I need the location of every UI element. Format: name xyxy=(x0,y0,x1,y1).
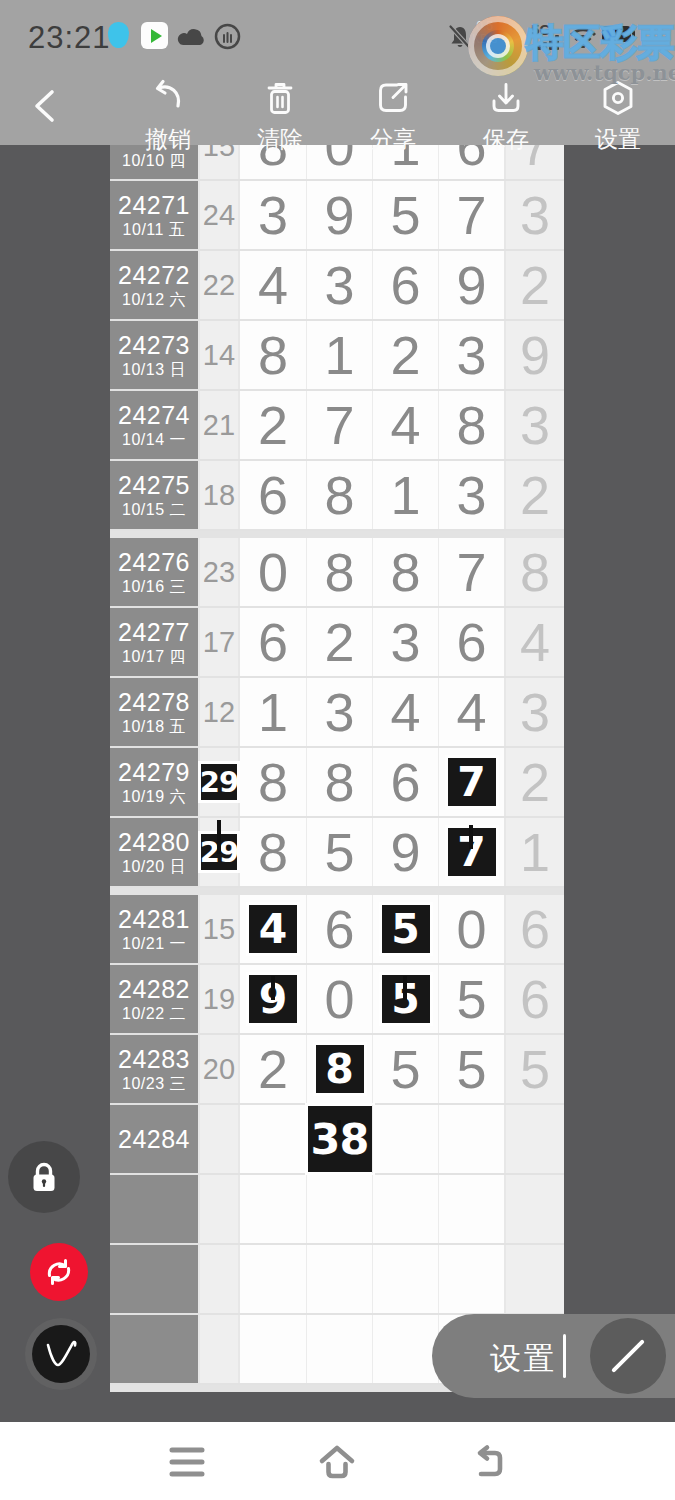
home-button[interactable] xyxy=(307,1440,367,1484)
issue-cell: 2428110/21 一 xyxy=(110,895,198,963)
issue-cell: 2427510/15 二 xyxy=(110,461,198,529)
test-number-cell: 2 xyxy=(506,251,564,319)
digit-cell xyxy=(240,1175,306,1243)
test-number-cell: 9 xyxy=(506,321,564,389)
settings-icon xyxy=(598,78,638,118)
issue-cell: 24284 xyxy=(110,1105,198,1173)
test-number-cell: 8 xyxy=(506,538,564,606)
digit-cell xyxy=(306,1175,372,1243)
digit-cell: 4 xyxy=(438,678,504,746)
digit-cell: 3 xyxy=(438,461,504,529)
annotation-link xyxy=(271,976,275,1000)
digit-cell: 38 xyxy=(306,1105,372,1173)
annotation-box: 4 xyxy=(249,905,297,953)
chart-row: 2427310/13 日1481239 xyxy=(110,321,564,391)
digit-cell: 3 xyxy=(306,251,372,319)
undo-button[interactable]: 撤销 xyxy=(126,78,210,155)
pen-settings-label: 设置 xyxy=(490,1338,556,1380)
cloud-icon xyxy=(177,24,207,48)
sum-cell: 21 xyxy=(200,391,238,459)
chart-row: 2427110/11 五2439573 xyxy=(110,181,564,251)
sum-cell xyxy=(200,1245,238,1313)
chart-row: 2427410/14 一2127483 xyxy=(110,391,564,461)
menu-icon xyxy=(164,1444,210,1480)
sum-cell: 15 xyxy=(200,895,238,963)
digit-cell: 7 xyxy=(438,748,504,816)
digit-cell xyxy=(306,1315,372,1383)
digit-cell: 6 xyxy=(372,748,438,816)
chart-row: 2427810/18 五1213443 xyxy=(110,678,564,748)
test-number-cell xyxy=(506,1245,564,1313)
digit-cell xyxy=(438,1175,504,1243)
sum-cell xyxy=(200,1315,238,1383)
digit-cell: 8 xyxy=(372,538,438,606)
sum-cell: 29 xyxy=(200,748,238,816)
digit-cell: 4 xyxy=(372,678,438,746)
signature-pen-button[interactable] xyxy=(25,1318,97,1390)
sum-cell: 23 xyxy=(200,538,238,606)
annotation-box: 5 xyxy=(382,905,430,953)
undo-icon xyxy=(147,78,189,118)
digit-cell: 8 xyxy=(306,538,372,606)
digit-cell: 5 xyxy=(438,1035,504,1103)
annotation-link xyxy=(469,825,473,849)
return-button[interactable] xyxy=(458,1440,518,1484)
home-icon xyxy=(315,1443,359,1481)
chart-row: 2427610/16 三2308878 xyxy=(110,538,564,608)
clock: 23:21 xyxy=(28,20,111,56)
sum-cell: 12 xyxy=(200,678,238,746)
digit-cell: 6 xyxy=(240,461,306,529)
app-screen: 2427010/10 四15801672427110/11 五243957324… xyxy=(0,0,675,1500)
settings-button[interactable]: 设置 xyxy=(576,78,660,155)
issue-cell xyxy=(110,1245,198,1313)
digit-cell: 8 xyxy=(306,461,372,529)
issue-cell xyxy=(110,1315,198,1383)
test-number-cell: 2 xyxy=(506,748,564,816)
issue-cell: 2427710/17 四 xyxy=(110,608,198,676)
share-button[interactable]: 分享 xyxy=(351,78,435,155)
annotation-link xyxy=(337,1120,341,1135)
digit-cell: 8 xyxy=(306,1035,372,1103)
digit-cell: 1 xyxy=(372,461,438,529)
refresh-button[interactable] xyxy=(30,1243,88,1301)
signal-bars-icon xyxy=(537,34,563,50)
battery-icon xyxy=(602,26,631,42)
digit-cell: 3 xyxy=(240,181,306,249)
wifi-icon xyxy=(568,26,598,50)
test-number-cell: 5 xyxy=(506,1035,564,1103)
issue-cell: 2427310/13 日 xyxy=(110,321,198,389)
digit-cell: 6 xyxy=(372,251,438,319)
digit-cell: 0 xyxy=(306,965,372,1033)
test-number-cell: 1 xyxy=(506,818,564,886)
digit-cell xyxy=(438,1105,504,1173)
annotation-link xyxy=(403,976,407,1000)
issue-cell: 2427210/12 六 xyxy=(110,251,198,319)
digit-cell xyxy=(306,1245,372,1313)
test-number-cell: 6 xyxy=(506,965,564,1033)
digit-cell: 6 xyxy=(240,608,306,676)
chart-row: 2428210/22 二1990556 xyxy=(110,965,564,1035)
chart-row: 2427910/19 六2988672 xyxy=(110,748,564,818)
issue-cell: 2428010/20 日 xyxy=(110,818,198,886)
share-icon xyxy=(373,78,413,118)
digit-cell: 3 xyxy=(438,321,504,389)
digit-cell: 4 xyxy=(240,895,306,963)
issue-cell: 2427410/14 一 xyxy=(110,391,198,459)
test-number-cell xyxy=(506,1175,564,1243)
group-separator xyxy=(110,888,564,895)
pen-stroke-icon xyxy=(611,1339,645,1373)
annotation-box: 29 xyxy=(201,764,237,800)
test-number-cell: 4 xyxy=(506,608,564,676)
digit-cell: 9 xyxy=(306,181,372,249)
digit-cell: 5 xyxy=(306,818,372,886)
digit-cell: 5 xyxy=(438,965,504,1033)
digit-cell: 2 xyxy=(240,391,306,459)
digit-cell: 4 xyxy=(372,391,438,459)
issue-cell xyxy=(110,1175,198,1243)
digit-cell: 9 xyxy=(438,251,504,319)
chart-row: 2428438 xyxy=(110,1105,564,1175)
return-icon xyxy=(467,1444,509,1480)
digit-cell xyxy=(372,1315,438,1383)
refresh-icon xyxy=(42,1255,76,1289)
chart-row: 2427210/12 六2243692 xyxy=(110,251,564,321)
recents-menu-button[interactable] xyxy=(157,1440,217,1484)
lock-icon xyxy=(29,1161,59,1193)
chart-row: 2428010/20 日2985971 xyxy=(110,818,564,888)
digit-cell: 8 xyxy=(438,391,504,459)
digit-cell: 0 xyxy=(438,895,504,963)
sum-cell: 20 xyxy=(200,1035,238,1103)
drawing-canvas[interactable]: 2427010/10 四15801672427110/11 五243957324… xyxy=(0,145,675,1422)
pen-settings-bar[interactable]: 设置 xyxy=(432,1314,675,1398)
digit-cell: 6 xyxy=(306,895,372,963)
sum-cell xyxy=(200,1175,238,1243)
sum-cell xyxy=(200,1105,238,1173)
digit-cell: 1 xyxy=(306,321,372,389)
digit-cell xyxy=(438,1245,504,1313)
digit-cell: 2 xyxy=(306,608,372,676)
issue-cell: 2427110/11 五 xyxy=(110,181,198,249)
issue-cell: 2428310/23 三 xyxy=(110,1035,198,1103)
digit-cell: 7 xyxy=(306,391,372,459)
bell-muted-icon xyxy=(447,24,473,51)
digit-cell xyxy=(372,1105,438,1173)
digit-cell xyxy=(240,1245,306,1313)
digit-cell xyxy=(372,1245,438,1313)
network-speed: 0.5KB/s xyxy=(472,20,497,46)
sum-cell: 19 xyxy=(200,965,238,1033)
digit-cell: 7 xyxy=(438,538,504,606)
digit-cell: 5 xyxy=(372,895,438,963)
test-number-cell: 3 xyxy=(506,678,564,746)
annotation-box: 38 xyxy=(308,1106,372,1172)
pen-stroke-button[interactable] xyxy=(590,1318,666,1394)
digit-cell: 8 xyxy=(240,321,306,389)
digit-cell xyxy=(372,1175,438,1243)
digit-cell: 7 xyxy=(438,181,504,249)
issue-cell: 2428210/22 二 xyxy=(110,965,198,1033)
digit-cell xyxy=(240,1105,306,1173)
digit-cell xyxy=(240,1315,306,1383)
digit-cell: 2 xyxy=(240,1035,306,1103)
chart-row: 2427710/17 四1762364 xyxy=(110,608,564,678)
save-icon xyxy=(486,78,526,118)
chart-row xyxy=(110,1245,564,1315)
sum-cell: 24 xyxy=(200,181,238,249)
lottery-trend-chart: 2427010/10 四15801672427110/11 五243957324… xyxy=(110,145,564,1422)
digit-cell: 3 xyxy=(306,678,372,746)
digit-cell: 8 xyxy=(240,748,306,816)
digit-cell: 2 xyxy=(372,321,438,389)
group-separator xyxy=(110,531,564,538)
lock-button[interactable] xyxy=(8,1141,80,1213)
digit-cell: 3 xyxy=(372,608,438,676)
issue-cell: 2427910/19 六 xyxy=(110,748,198,816)
test-number-cell: 3 xyxy=(506,181,564,249)
annotation-link xyxy=(217,820,221,854)
digit-cell: 9 xyxy=(372,818,438,886)
divider xyxy=(563,1334,566,1378)
digit-cell: 4 xyxy=(240,251,306,319)
sum-cell: 18 xyxy=(200,461,238,529)
clear-button[interactable]: 清除 xyxy=(238,78,322,155)
digit-cell: 0 xyxy=(240,538,306,606)
chart-row: 2428110/21 一1546506 xyxy=(110,895,564,965)
test-number-cell: 2 xyxy=(506,461,564,529)
annotation-box: 7 xyxy=(448,758,496,806)
digit-cell: 6 xyxy=(438,608,504,676)
digit-cell: 5 xyxy=(372,1035,438,1103)
qq-notification-icon xyxy=(108,22,129,48)
issue-cell: 2427610/16 三 xyxy=(110,538,198,606)
save-button[interactable]: 保存 xyxy=(464,78,548,155)
system-nav-bar xyxy=(0,1422,675,1500)
sum-cell: 14 xyxy=(200,321,238,389)
sum-cell: 22 xyxy=(200,251,238,319)
digit-cell: 1 xyxy=(240,678,306,746)
chart-row: 2428310/23 三2028555 xyxy=(110,1035,564,1105)
annotation-box: 8 xyxy=(316,1045,364,1093)
test-number-cell: 6 xyxy=(506,895,564,963)
test-number-cell: 3 xyxy=(506,391,564,459)
digit-cell: 8 xyxy=(240,818,306,886)
sum-cell: 17 xyxy=(200,608,238,676)
chart-row: 2427510/15 二1868132 xyxy=(110,461,564,531)
video-app-notification-icon xyxy=(141,22,168,49)
issue-cell: 2427810/18 五 xyxy=(110,678,198,746)
trash-icon xyxy=(260,78,300,118)
chart-row xyxy=(110,1175,564,1245)
test-number-cell xyxy=(506,1105,564,1173)
digit-cell: 8 xyxy=(306,748,372,816)
digit-cell: 5 xyxy=(372,181,438,249)
back-button[interactable] xyxy=(24,84,68,128)
top-bar: 23:21 0.5KB/s 5G xyxy=(0,0,675,145)
signature-pen-icon xyxy=(32,1325,90,1383)
hand-app-icon xyxy=(214,23,241,50)
